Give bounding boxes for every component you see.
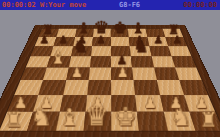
board-stage: ♜♝♛♚♝♜♟♟♟♟♟♟♟♞♞♝♟♟♟♟♟♟♟♟♟♜♞♝♛♚♞♜	[0, 10, 220, 137]
square-d4[interactable]	[88, 67, 111, 80]
piece-black-knight-c6[interactable]: ♞	[75, 36, 87, 56]
square-a5[interactable]	[26, 56, 51, 67]
wooden-board-frame: ♜♝♛♚♝♜♟♟♟♟♟♟♟♞♞♝♟♟♟♟♟♟♟♟♟♜♞♝♛♚♞♜	[0, 24, 220, 137]
piece-black-knight-f6[interactable]: ♞	[135, 36, 147, 56]
square-c1[interactable]: ♝	[55, 111, 85, 130]
square-h4[interactable]	[175, 67, 202, 80]
square-e8[interactable]: ♚	[111, 28, 129, 36]
square-d7[interactable]: ♟	[92, 37, 111, 46]
piece-black-pawn-d7[interactable]: ♟	[97, 32, 105, 45]
black-clock: 00:00:00	[183, 0, 217, 10]
board-perspective-wrapper: ♜♝♛♚♝♜♟♟♟♟♟♟♟♞♞♝♟♟♟♟♟♟♟♟♟♜♞♝♛♚♞♜	[0, 10, 220, 137]
piece-white-king-e1[interactable]: ♚	[115, 94, 136, 130]
piece-white-queen-d1[interactable]: ♛	[87, 97, 107, 130]
piece-white-pawn-f2[interactable]: ♟	[145, 93, 156, 111]
square-c6[interactable]: ♞	[71, 46, 92, 56]
piece-black-king-e8[interactable]: ♚	[113, 14, 127, 37]
piece-black-pawn-h7[interactable]: ♟	[173, 32, 181, 45]
last-move-label: G8-F6	[119, 0, 140, 10]
square-g4[interactable]	[154, 67, 179, 80]
square-h7[interactable]: ♟	[165, 37, 187, 46]
square-g1[interactable]: ♞	[163, 111, 195, 130]
white-clock-and-prompt: 00:00:02 W:Your move	[2, 0, 86, 10]
square-h5[interactable]	[171, 56, 196, 67]
piece-white-knight-b1[interactable]: ♞	[33, 102, 50, 130]
white-clock: 00:00:02	[2, 1, 36, 9]
piece-white-bishop-c1[interactable]: ♝	[61, 101, 78, 130]
piece-white-pawn-c4[interactable]: ♟	[72, 64, 82, 80]
piece-white-knight-g1[interactable]: ♞	[173, 102, 190, 130]
square-b4[interactable]	[43, 67, 68, 80]
square-b5[interactable]: ♝	[47, 56, 71, 67]
square-d6[interactable]	[91, 46, 111, 56]
square-h6[interactable]	[168, 46, 191, 56]
square-d5[interactable]	[90, 56, 111, 67]
square-f5[interactable]	[131, 56, 154, 67]
square-e7[interactable]	[111, 37, 130, 46]
square-b1[interactable]: ♞	[27, 111, 59, 130]
chess-app-screen: 00:00:02 W:Your move G8-F6 00:00:00 ♜♝♛♚…	[0, 0, 220, 137]
square-a4[interactable]	[20, 67, 47, 80]
square-e4[interactable]: ♟	[111, 67, 134, 80]
square-e1[interactable]: ♚	[111, 111, 139, 130]
square-f4[interactable]	[132, 67, 156, 80]
square-f1[interactable]	[137, 111, 167, 130]
square-h1[interactable]: ♜	[189, 111, 220, 130]
chess-board[interactable]: ♜♝♛♚♝♜♟♟♟♟♟♟♟♞♞♝♟♟♟♟♟♟♟♟♟♜♞♝♛♚♞♜	[0, 28, 220, 131]
turn-prompt: W:Your move	[40, 1, 86, 9]
piece-white-bishop-b5[interactable]: ♝	[51, 45, 64, 67]
square-c4[interactable]: ♟	[66, 67, 90, 80]
piece-white-rook-a1[interactable]: ♜	[6, 105, 21, 130]
piece-black-pawn-a7[interactable]: ♟	[40, 32, 48, 45]
status-bar: 00:00:02 W:Your move G8-F6 00:00:00	[0, 0, 220, 10]
square-f6[interactable]: ♞	[130, 46, 151, 56]
piece-black-pawn-g7[interactable]: ♟	[154, 32, 162, 45]
square-g5[interactable]	[151, 56, 175, 67]
piece-white-rook-h1[interactable]: ♜	[202, 105, 217, 130]
square-c3[interactable]	[63, 80, 89, 94]
piece-white-pawn-e4[interactable]: ♟	[118, 64, 128, 80]
square-d1[interactable]: ♛	[83, 111, 111, 130]
